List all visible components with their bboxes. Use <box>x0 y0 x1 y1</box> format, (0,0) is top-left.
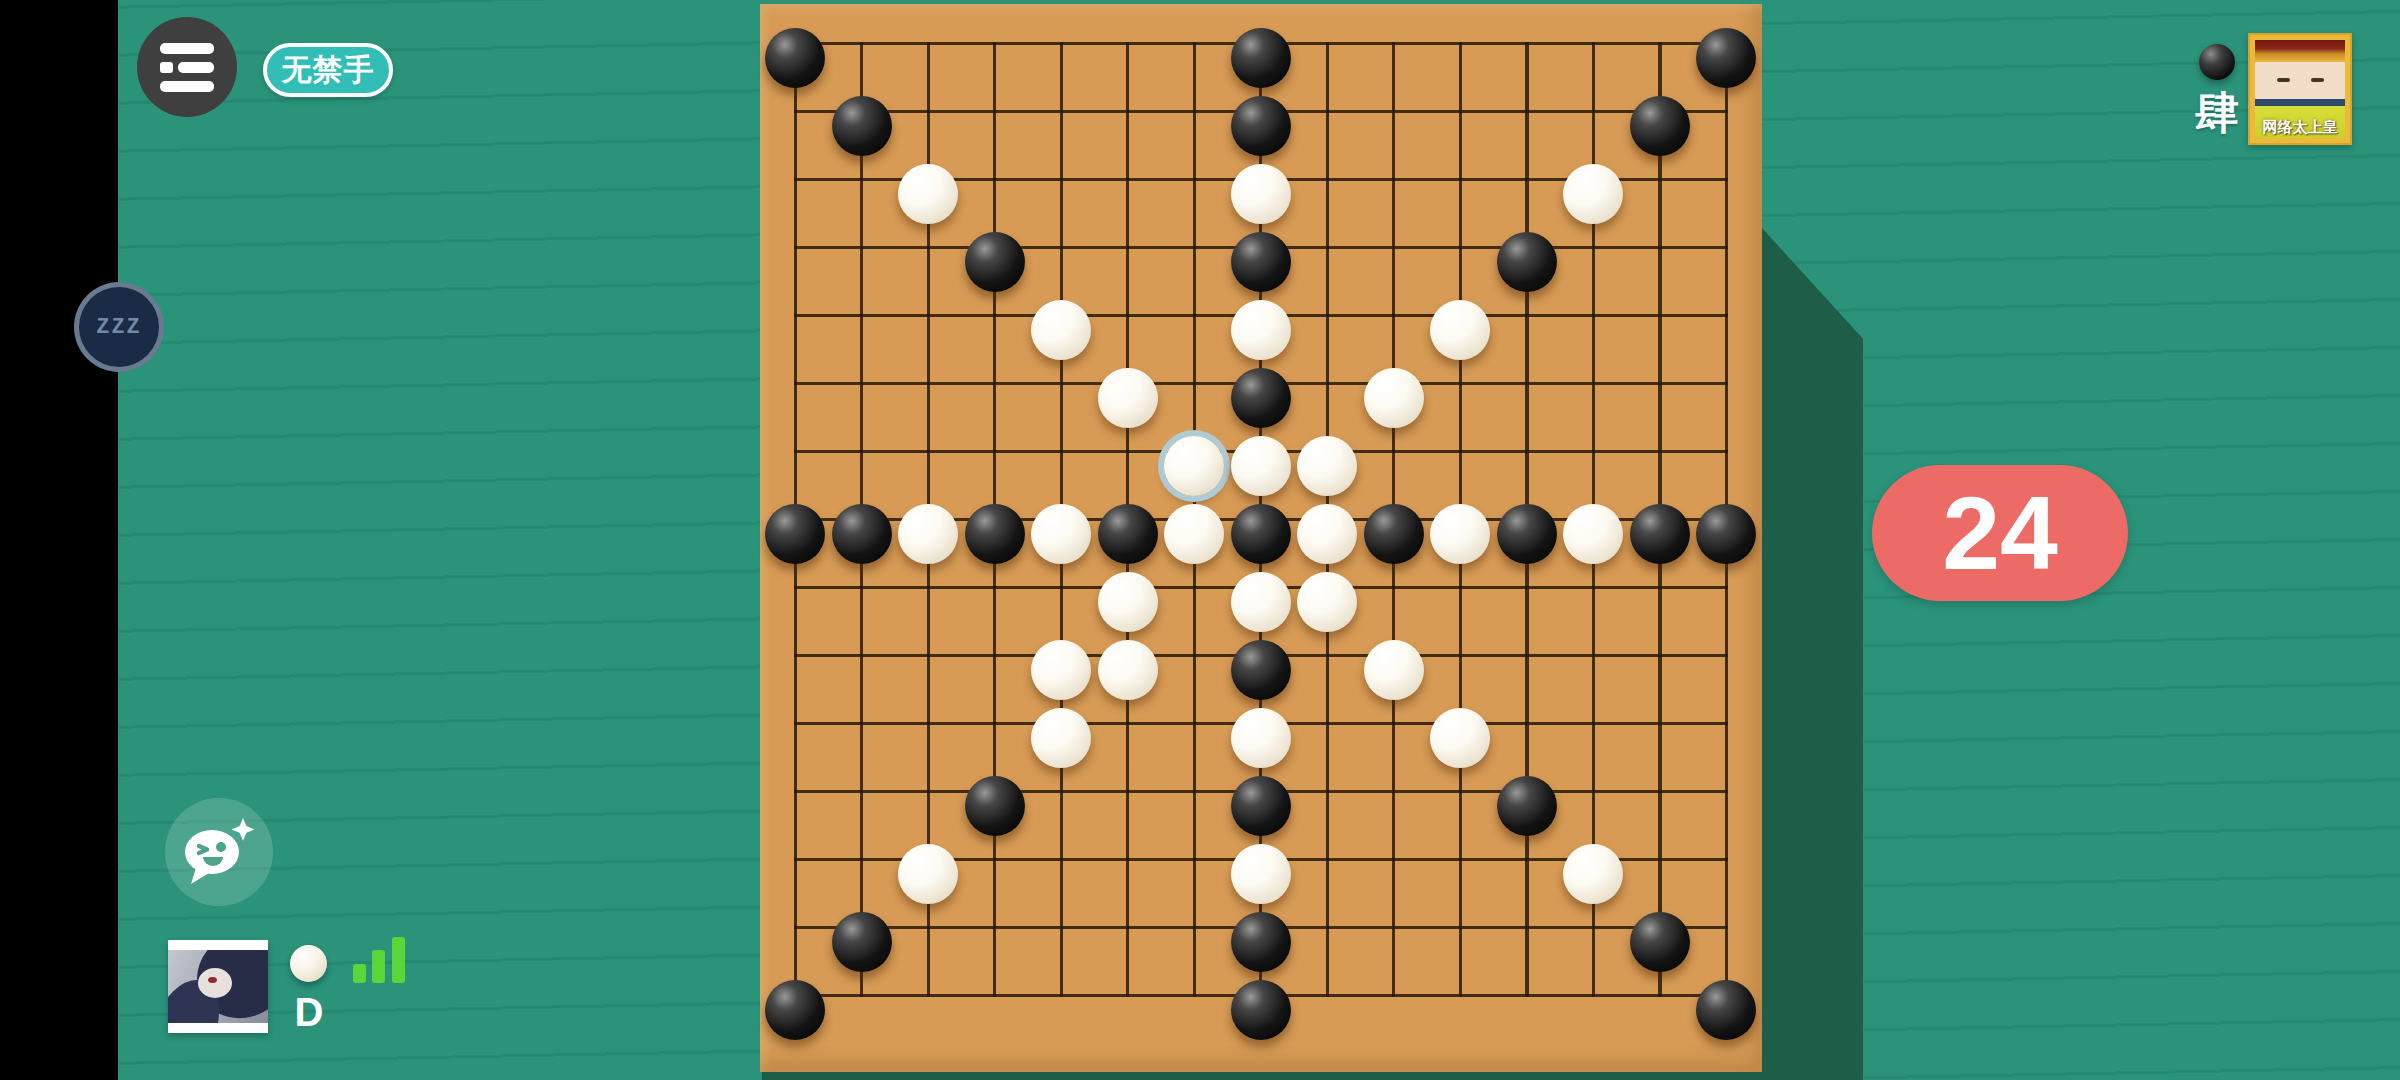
game-screen: 无禁手 ZZZ D 24 肆 网络太上皇 <box>0 0 2400 1080</box>
stone-black <box>1231 28 1291 88</box>
white-player-name: D <box>276 990 342 1035</box>
sleep-indicator: ZZZ <box>74 282 164 372</box>
stone-white <box>1031 300 1091 360</box>
stone-black <box>1696 980 1756 1040</box>
countdown-badge: 24 <box>1872 465 2128 601</box>
stone-black <box>1231 504 1291 564</box>
stone-white <box>1231 436 1291 496</box>
stone-white <box>898 164 958 224</box>
menu-icon <box>178 62 214 73</box>
stone-white <box>898 504 958 564</box>
white-player-avatar[interactable] <box>168 940 268 1033</box>
chat-bubble-icon <box>181 816 257 888</box>
gomoku-board[interactable] <box>760 4 1762 1072</box>
menu-icon-square <box>160 62 173 73</box>
stone-black <box>1098 504 1158 564</box>
stone-black <box>965 776 1025 836</box>
black-player-avatar[interactable]: 网络太上皇 <box>2248 33 2352 145</box>
stone-white <box>1231 164 1291 224</box>
menu-icon <box>160 43 214 54</box>
avatar-photo: 网络太上皇 <box>2255 40 2345 138</box>
stone-black <box>1497 504 1557 564</box>
stone-white <box>1297 436 1357 496</box>
black-player-name: 肆 <box>2184 84 2250 143</box>
stone-black <box>765 980 825 1040</box>
stone-black <box>1231 912 1291 972</box>
stone-white <box>1231 844 1291 904</box>
stone-black <box>765 28 825 88</box>
stone-white <box>1231 572 1291 632</box>
menu-button[interactable] <box>137 17 237 117</box>
stone-black <box>965 232 1025 292</box>
stone-black <box>965 504 1025 564</box>
menu-icon <box>160 81 214 92</box>
stone-white <box>1430 504 1490 564</box>
chat-button[interactable] <box>165 798 273 906</box>
stone-black <box>1696 28 1756 88</box>
stone-black <box>1630 96 1690 156</box>
stone-white <box>1031 640 1091 700</box>
stone-black <box>832 504 892 564</box>
stone-black <box>832 912 892 972</box>
stone-white <box>1231 708 1291 768</box>
stone-white <box>1364 640 1424 700</box>
white-stone-indicator <box>290 945 327 982</box>
stone-black <box>832 96 892 156</box>
avatar-photo <box>168 950 268 1023</box>
stone-white <box>1297 572 1357 632</box>
stone-black <box>1497 232 1557 292</box>
stone-white <box>1098 640 1158 700</box>
stone-black <box>765 504 825 564</box>
stone-white <box>1364 368 1424 428</box>
stone-black <box>1630 912 1690 972</box>
stone-white <box>1164 436 1224 496</box>
stone-white <box>1164 504 1224 564</box>
black-stone-indicator <box>2199 44 2235 80</box>
stone-black <box>1231 232 1291 292</box>
signal-strength-icon <box>353 935 409 983</box>
stone-white <box>1031 504 1091 564</box>
avatar-title: 网络太上皇 <box>2255 118 2345 137</box>
stone-black <box>1696 504 1756 564</box>
stone-black <box>1231 96 1291 156</box>
rule-badge: 无禁手 <box>263 43 393 97</box>
stone-white <box>1563 504 1623 564</box>
stone-white <box>1098 368 1158 428</box>
stone-white <box>1031 708 1091 768</box>
stone-black <box>1497 776 1557 836</box>
stone-black <box>1630 504 1690 564</box>
stone-white <box>898 844 958 904</box>
stone-black <box>1364 504 1424 564</box>
stone-black <box>1231 368 1291 428</box>
stone-white <box>1297 504 1357 564</box>
stone-black <box>1231 776 1291 836</box>
stone-white <box>1430 708 1490 768</box>
stone-white <box>1563 844 1623 904</box>
board-shadow <box>1762 228 1863 1080</box>
stone-white <box>1563 164 1623 224</box>
board-shadow-bottom <box>762 1071 1863 1080</box>
stone-black <box>1231 980 1291 1040</box>
stone-black <box>1231 640 1291 700</box>
stone-white <box>1430 300 1490 360</box>
stone-white <box>1098 572 1158 632</box>
letterbox-left <box>0 0 118 1080</box>
stone-white <box>1231 300 1291 360</box>
